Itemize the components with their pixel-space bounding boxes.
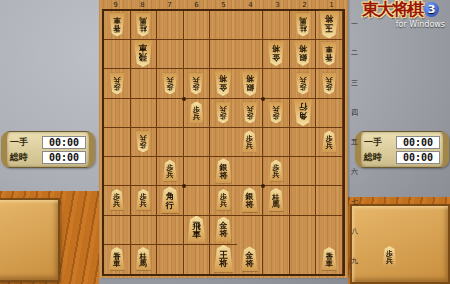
square-3h[interactable] <box>263 216 290 245</box>
square-8c[interactable] <box>131 69 158 98</box>
piece-7g[interactable]: 角行 <box>160 186 179 213</box>
square-7b[interactable] <box>157 40 184 69</box>
square-4g[interactable]: 銀将 <box>237 186 264 215</box>
piece-5f[interactable]: 銀将 <box>215 158 232 183</box>
piece-6h[interactable]: 飛車 <box>187 216 206 243</box>
rank-label: 五 <box>350 128 359 158</box>
piece-2a[interactable]: 桂馬 <box>295 13 311 37</box>
square-8f[interactable] <box>131 157 158 186</box>
square-9e[interactable] <box>104 128 131 157</box>
clock-left: 一手 00:00 総時 00:00 <box>1 131 95 168</box>
rank-coordinates: 一二三四五六七八九 <box>350 9 359 276</box>
piece-kanji: 馬 <box>272 201 280 209</box>
piece-kanji: 兵 <box>326 75 333 82</box>
piece-kanji: 将 <box>246 260 254 268</box>
file-label: 3 <box>264 0 291 10</box>
square-5g[interactable]: 歩兵 <box>210 186 237 215</box>
piece-kanji: 兵 <box>220 201 227 208</box>
square-3g[interactable]: 桂馬 <box>263 186 290 215</box>
piece-5h[interactable]: 金将 <box>215 217 232 242</box>
app-window: 歩兵 一手 00:00 総時 00:00 一手 00:00 総時 00:00 東… <box>0 0 450 284</box>
square-2g[interactable] <box>290 186 317 215</box>
square-6e[interactable] <box>184 128 211 157</box>
rank-label: 四 <box>350 98 359 128</box>
clock-row: 一手 00:00 <box>10 136 86 149</box>
square-5c[interactable]: 金将 <box>210 69 237 98</box>
piece-7c[interactable]: 歩兵 <box>162 72 177 94</box>
square-7a[interactable] <box>157 11 184 40</box>
square-5d[interactable]: 歩兵 <box>210 99 237 128</box>
piece-kanji: 馬 <box>140 16 148 24</box>
piece-1a[interactable]: 玉将 <box>319 11 339 39</box>
rank-label: 一 <box>350 9 359 39</box>
square-5i[interactable]: 王将 <box>210 245 237 274</box>
star-point <box>182 97 186 101</box>
piece-3b[interactable]: 金将 <box>268 41 285 66</box>
piece-kanji: 兵 <box>113 75 120 82</box>
piece-kanji: 玉 <box>325 24 334 33</box>
square-4i[interactable]: 金将 <box>237 245 264 274</box>
piece-kanji: 車 <box>139 44 148 53</box>
piece-8b[interactable]: 飛車 <box>134 40 153 67</box>
square-1d[interactable] <box>316 99 343 128</box>
piece-4g[interactable]: 銀将 <box>241 187 258 212</box>
rank-label: 二 <box>350 39 359 69</box>
square-6g[interactable] <box>184 186 211 215</box>
piece-5g[interactable]: 歩兵 <box>216 189 231 211</box>
square-9h[interactable] <box>104 216 131 245</box>
square-6f[interactable] <box>184 157 211 186</box>
square-3d[interactable]: 歩兵 <box>263 99 290 128</box>
piece-kanji: 車 <box>325 45 333 53</box>
piece-6d[interactable]: 歩兵 <box>189 101 204 123</box>
piece-kanji: 兵 <box>246 104 253 111</box>
square-2a[interactable]: 桂馬 <box>290 11 317 40</box>
piece-3f[interactable]: 歩兵 <box>269 160 284 182</box>
square-1h[interactable] <box>316 216 343 245</box>
square-4b[interactable] <box>237 40 264 69</box>
clock-label: 総時 <box>10 151 28 164</box>
clock-row: 総時 00:00 <box>364 151 440 164</box>
file-label: 4 <box>237 0 264 10</box>
clock-row: 総時 00:00 <box>10 151 86 164</box>
clock-label: 総時 <box>364 151 382 164</box>
piece-kanji: 金 <box>272 53 280 61</box>
piece-8i[interactable]: 桂馬 <box>135 247 151 271</box>
piece-kanji: 桂 <box>299 24 307 32</box>
app-logo: 東大将棋3 for Windows <box>352 1 449 29</box>
square-4f[interactable] <box>237 157 264 186</box>
piece-kanji: 兵 <box>220 104 227 111</box>
square-6d[interactable]: 歩兵 <box>184 99 211 128</box>
square-2f[interactable] <box>290 157 317 186</box>
piece-kanji: 兵 <box>193 75 200 82</box>
piece-kanji: 歩 <box>140 141 147 148</box>
piece-kanji: 兵 <box>113 201 120 208</box>
piece-4c[interactable]: 銀将 <box>241 71 258 96</box>
piece-3d[interactable]: 歩兵 <box>269 101 284 123</box>
file-label: 7 <box>156 0 183 10</box>
clock-label: 一手 <box>364 136 382 149</box>
piece-5c[interactable]: 金将 <box>215 71 232 96</box>
piece-kanji: 香 <box>113 24 121 32</box>
rank-label: 八 <box>350 217 359 247</box>
piece-9i[interactable]: 香車 <box>109 247 125 271</box>
piece-5i[interactable]: 王将 <box>213 245 233 273</box>
square-9g[interactable]: 歩兵 <box>104 186 131 215</box>
logo-version-badge: 3 <box>424 2 439 17</box>
board-grid: 香車桂馬桂馬玉将飛車金将銀将香車歩兵歩兵歩兵金将銀将歩兵歩兵歩兵歩兵歩兵歩兵角行… <box>102 9 345 276</box>
square-6c[interactable]: 歩兵 <box>184 69 211 98</box>
piece-8e[interactable]: 歩兵 <box>136 131 151 153</box>
file-label: 9 <box>102 0 129 10</box>
clock-row: 一手 00:00 <box>364 136 440 149</box>
piece-kanji: 兵 <box>193 113 200 120</box>
square-3a[interactable] <box>263 11 290 40</box>
piece-kanji: 将 <box>219 230 227 238</box>
square-7d[interactable] <box>157 99 184 128</box>
piece-8g[interactable]: 歩兵 <box>136 189 151 211</box>
clock-time: 00:00 <box>42 151 86 164</box>
piece-2b[interactable]: 銀将 <box>294 41 311 66</box>
piece-kanji: 行 <box>298 103 307 112</box>
piece-kanji: 将 <box>299 45 307 53</box>
square-7h[interactable] <box>157 216 184 245</box>
piece-kanji: 車 <box>192 230 201 239</box>
piece-kanji: 金 <box>219 82 227 90</box>
piece-kanji: 車 <box>113 260 121 268</box>
piece-kanji: 車 <box>113 16 121 24</box>
piece-4i[interactable]: 金将 <box>241 246 258 271</box>
piece-2c[interactable]: 歩兵 <box>295 72 310 94</box>
piece-kanji: 兵 <box>166 75 173 82</box>
piece-kanji: 兵 <box>140 133 147 140</box>
piece-5d[interactable]: 歩兵 <box>216 101 231 123</box>
shogi-board: 香車桂馬桂馬玉将飛車金将銀将香車歩兵歩兵歩兵金将銀将歩兵歩兵歩兵歩兵歩兵歩兵角行… <box>99 0 348 278</box>
square-2c[interactable]: 歩兵 <box>290 69 317 98</box>
square-6a[interactable] <box>184 11 211 40</box>
piece-8a[interactable]: 桂馬 <box>135 13 151 37</box>
square-2h[interactable] <box>290 216 317 245</box>
piece-kanji: 将 <box>246 74 254 82</box>
file-label: 5 <box>210 0 237 10</box>
square-1f[interactable] <box>316 157 343 186</box>
square-4h[interactable] <box>237 216 264 245</box>
square-1b[interactable]: 香車 <box>316 40 343 69</box>
clock-time: 00:00 <box>396 136 440 149</box>
piece-3g[interactable]: 桂馬 <box>268 188 284 212</box>
square-5b[interactable] <box>210 40 237 69</box>
piece-kanji: 兵 <box>166 172 173 179</box>
piece-kanji: 兵 <box>140 201 147 208</box>
piece-2d[interactable]: 角行 <box>293 99 312 126</box>
piece-1b[interactable]: 香車 <box>321 42 337 66</box>
piece-kanji: 将 <box>272 45 280 53</box>
logo-subtitle: for Windows <box>352 18 449 29</box>
square-7e[interactable] <box>157 128 184 157</box>
square-4c[interactable]: 銀将 <box>237 69 264 98</box>
square-7g[interactable]: 角行 <box>157 186 184 215</box>
square-2d[interactable]: 角行 <box>290 99 317 128</box>
square-5f[interactable]: 銀将 <box>210 157 237 186</box>
piece-kanji: 将 <box>219 74 227 82</box>
piece-kanji: 兵 <box>386 258 393 265</box>
piece-6c[interactable]: 歩兵 <box>189 72 204 94</box>
square-6b[interactable] <box>184 40 211 69</box>
piece-kanji: 桂 <box>140 24 148 32</box>
piece-kanji: 将 <box>246 201 254 209</box>
square-4e[interactable]: 歩兵 <box>237 128 264 157</box>
file-label: 8 <box>129 0 156 10</box>
piece-kanji: 馬 <box>299 16 307 24</box>
file-coordinates: 987654321 <box>102 0 345 9</box>
square-1g[interactable] <box>316 186 343 215</box>
piece-9a[interactable]: 香車 <box>109 13 125 37</box>
piece-kanji: 兵 <box>246 143 253 150</box>
piece-1i[interactable]: 香車 <box>321 247 337 271</box>
square-8e[interactable]: 歩兵 <box>131 128 158 157</box>
piece-kanji: 兵 <box>299 75 306 82</box>
piece-kanji: 香 <box>325 53 333 61</box>
square-1a[interactable]: 玉将 <box>316 11 343 40</box>
piece-1e[interactable]: 歩兵 <box>322 131 337 153</box>
square-7i[interactable] <box>157 245 184 274</box>
square-5e[interactable] <box>210 128 237 157</box>
square-3c[interactable] <box>263 69 290 98</box>
piece-kanji: 兵 <box>326 143 333 150</box>
square-4d[interactable]: 歩兵 <box>237 99 264 128</box>
square-9a[interactable]: 香車 <box>104 11 131 40</box>
square-9d[interactable] <box>104 99 131 128</box>
square-8d[interactable] <box>131 99 158 128</box>
square-8g[interactable]: 歩兵 <box>131 186 158 215</box>
square-5h[interactable]: 金将 <box>210 216 237 245</box>
square-8h[interactable] <box>131 216 158 245</box>
square-9b[interactable] <box>104 40 131 69</box>
piece-kanji: 銀 <box>246 82 254 90</box>
piece-7f[interactable]: 歩兵 <box>162 160 177 182</box>
piece-kanji: 行 <box>166 201 175 210</box>
hand-piece-歩兵[interactable]: 歩兵 <box>382 246 397 268</box>
square-6i[interactable] <box>184 245 211 274</box>
square-1i[interactable]: 香車 <box>316 245 343 274</box>
piece-4d[interactable]: 歩兵 <box>242 101 257 123</box>
piece-kanji: 将 <box>219 172 227 180</box>
piece-kanji: 将 <box>325 15 334 24</box>
square-2b[interactable]: 銀将 <box>290 40 317 69</box>
piece-stand-left[interactable] <box>0 198 60 282</box>
piece-4e[interactable]: 歩兵 <box>242 131 257 153</box>
square-2e[interactable] <box>290 128 317 157</box>
piece-kanji: 馬 <box>140 260 148 268</box>
rank-label: 三 <box>350 68 359 98</box>
piece-kanji: 将 <box>219 260 228 269</box>
clock-right: 一手 00:00 総時 00:00 <box>355 131 449 168</box>
square-7c[interactable]: 歩兵 <box>157 69 184 98</box>
square-6h[interactable]: 飛車 <box>184 216 211 245</box>
square-9f[interactable] <box>104 157 131 186</box>
piece-kanji: 兵 <box>273 172 280 179</box>
square-8b[interactable]: 飛車 <box>131 40 158 69</box>
square-3e[interactable] <box>263 128 290 157</box>
clock-time: 00:00 <box>396 151 440 164</box>
piece-kanji: 銀 <box>299 53 307 61</box>
rank-label: 七 <box>350 187 359 217</box>
square-7f[interactable]: 歩兵 <box>157 157 184 186</box>
square-9c[interactable]: 歩兵 <box>104 69 131 98</box>
logo-title-line: 東大将棋3 <box>352 1 449 18</box>
clock-time: 00:00 <box>42 136 86 149</box>
piece-kanji: 角 <box>298 111 307 120</box>
clock-label: 一手 <box>10 136 28 149</box>
piece-9c[interactable]: 歩兵 <box>109 72 124 94</box>
square-8a[interactable]: 桂馬 <box>131 11 158 40</box>
piece-1c[interactable]: 歩兵 <box>322 72 337 94</box>
square-2i[interactable] <box>290 245 317 274</box>
square-1c[interactable]: 歩兵 <box>316 69 343 98</box>
square-9i[interactable]: 香車 <box>104 245 131 274</box>
file-label: 6 <box>183 0 210 10</box>
file-label: 1 <box>318 0 345 10</box>
piece-kanji: 兵 <box>273 104 280 111</box>
square-5a[interactable] <box>210 11 237 40</box>
file-label: 2 <box>291 0 318 10</box>
square-4a[interactable] <box>237 11 264 40</box>
piece-stand-right[interactable]: 歩兵 <box>350 204 450 284</box>
piece-kanji: 車 <box>325 260 333 268</box>
square-3i[interactable] <box>263 245 290 274</box>
rank-label: 六 <box>350 157 359 187</box>
square-3f[interactable]: 歩兵 <box>263 157 290 186</box>
rank-label: 九 <box>350 246 359 276</box>
piece-kanji: 飛 <box>139 53 148 62</box>
piece-9g[interactable]: 歩兵 <box>109 189 124 211</box>
logo-title: 東大将棋 <box>362 0 422 19</box>
square-8i[interactable]: 桂馬 <box>131 245 158 274</box>
square-1e[interactable]: 歩兵 <box>316 128 343 157</box>
square-3b[interactable]: 金将 <box>263 40 290 69</box>
